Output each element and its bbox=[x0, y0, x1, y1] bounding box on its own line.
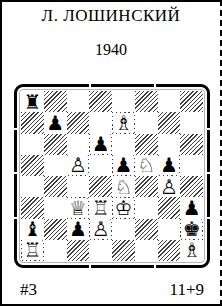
piece-white-pawn: ♙ bbox=[69, 155, 87, 175]
border-gap bbox=[14, 172, 19, 174]
piece-black-bishop: ♝ bbox=[23, 219, 41, 239]
square-f6 bbox=[135, 134, 158, 155]
square-a6 bbox=[21, 134, 44, 155]
piece-black-pawn: ♟ bbox=[160, 155, 178, 175]
piece-halo: ♙ bbox=[67, 155, 88, 175]
square-f4 bbox=[135, 176, 158, 197]
square-d1 bbox=[89, 240, 112, 261]
square-a5 bbox=[21, 155, 44, 176]
piece-halo: ♗ bbox=[113, 113, 134, 133]
piece-white-rook: ♖ bbox=[23, 240, 41, 260]
square-b3 bbox=[44, 197, 67, 218]
square-h7 bbox=[180, 112, 203, 133]
square-f3 bbox=[135, 197, 158, 218]
composition-year: 1940 bbox=[2, 41, 220, 59]
piece-black-king: ♚ bbox=[183, 219, 201, 239]
square-c4 bbox=[67, 176, 90, 197]
square-h1: ♗ bbox=[180, 240, 203, 261]
border-gap bbox=[205, 217, 210, 219]
piece-black-pawn: ♟ bbox=[69, 219, 87, 239]
square-b2 bbox=[44, 219, 67, 240]
piece-black-pawn: ♟ bbox=[183, 198, 201, 218]
border-gap bbox=[89, 263, 91, 268]
square-a3 bbox=[21, 197, 44, 218]
piece-halo: ♔ bbox=[113, 198, 134, 218]
square-e5: ♟ bbox=[112, 155, 135, 176]
square-f7 bbox=[135, 112, 158, 133]
piece-white-queen: ♕ bbox=[69, 198, 87, 218]
square-d6: ♟ bbox=[89, 134, 112, 155]
square-a2: ♝ bbox=[21, 219, 44, 240]
square-h6 bbox=[180, 134, 203, 155]
piece-white-knight: ♘ bbox=[114, 177, 132, 197]
chess-board: ♜♟♗♟♙♟♘♟♘♙♕♖♔♟♝♟♙♚♖♗ bbox=[21, 91, 203, 261]
square-b7: ♟ bbox=[44, 112, 67, 133]
square-f2 bbox=[135, 219, 158, 240]
piece-white-pawn: ♙ bbox=[160, 177, 178, 197]
border-gap bbox=[205, 128, 210, 130]
square-h3: ♟ bbox=[180, 197, 203, 218]
piece-white-rook: ♖ bbox=[92, 198, 110, 218]
piece-halo: ♙ bbox=[90, 219, 111, 239]
square-e3: ♔ bbox=[112, 197, 135, 218]
square-c5: ♙ bbox=[67, 155, 90, 176]
piece-white-pawn: ♙ bbox=[92, 219, 110, 239]
piece-white-bishop: ♗ bbox=[183, 240, 201, 260]
square-a7 bbox=[21, 112, 44, 133]
square-e7: ♗ bbox=[112, 112, 135, 133]
square-d8 bbox=[89, 91, 112, 112]
piece-black-pawn: ♟ bbox=[92, 134, 110, 154]
border-gap bbox=[154, 84, 156, 89]
piece-white-king: ♔ bbox=[114, 198, 132, 218]
piece-halo: ♟ bbox=[158, 155, 179, 175]
border-gap bbox=[14, 217, 19, 219]
piece-halo: ♕ bbox=[67, 198, 88, 218]
square-d4 bbox=[89, 176, 112, 197]
square-e4: ♘ bbox=[112, 176, 135, 197]
square-e6 bbox=[112, 134, 135, 155]
square-h8 bbox=[180, 91, 203, 112]
square-g6 bbox=[158, 134, 181, 155]
piece-white-bishop: ♗ bbox=[114, 113, 132, 133]
square-c3: ♕ bbox=[67, 197, 90, 218]
piece-halo: ♚ bbox=[181, 219, 202, 239]
piece-halo: ♟ bbox=[90, 134, 111, 154]
square-f8 bbox=[135, 91, 158, 112]
square-d3: ♖ bbox=[89, 197, 112, 218]
square-b6 bbox=[44, 134, 67, 155]
piece-halo: ♟ bbox=[113, 155, 134, 175]
material-count-label: 11+9 bbox=[170, 280, 204, 300]
square-g5: ♟ bbox=[158, 155, 181, 176]
square-h5 bbox=[180, 155, 203, 176]
square-h4 bbox=[180, 176, 203, 197]
square-e2 bbox=[112, 219, 135, 240]
square-c1 bbox=[67, 240, 90, 261]
border-gap bbox=[89, 84, 91, 89]
square-a1: ♖ bbox=[21, 240, 44, 261]
chess-board-inner-frame: ♜♟♗♟♙♟♘♟♘♙♕♖♔♟♝♟♙♚♖♗ bbox=[19, 89, 205, 263]
square-d2: ♙ bbox=[89, 219, 112, 240]
problem-card: Л. ЛОШИНСКИЙ 1940 ♜♟♗♟♙♟♘♟♘♙♕♖♔♟♝♟♙♚♖♗ #… bbox=[0, 0, 222, 306]
piece-halo: ♖ bbox=[22, 240, 43, 260]
composer-name: Л. ЛОШИНСКИЙ bbox=[2, 6, 220, 26]
piece-black-pawn: ♟ bbox=[46, 113, 64, 133]
square-c6 bbox=[67, 134, 90, 155]
square-f1 bbox=[135, 240, 158, 261]
square-g4: ♙ bbox=[158, 176, 181, 197]
piece-white-knight: ♘ bbox=[137, 155, 155, 175]
border-gap bbox=[14, 128, 19, 130]
square-a4 bbox=[21, 176, 44, 197]
square-c8 bbox=[67, 91, 90, 112]
square-h2: ♚ bbox=[180, 219, 203, 240]
square-b4 bbox=[44, 176, 67, 197]
square-d7 bbox=[89, 112, 112, 133]
square-b1 bbox=[44, 240, 67, 261]
piece-black-rook: ♜ bbox=[23, 92, 41, 112]
square-g3 bbox=[158, 197, 181, 218]
square-d5 bbox=[89, 155, 112, 176]
square-e1 bbox=[112, 240, 135, 261]
square-c2: ♟ bbox=[67, 219, 90, 240]
square-g1 bbox=[158, 240, 181, 261]
chess-board-frame: ♜♟♗♟♙♟♘♟♘♙♕♖♔♟♝♟♙♚♖♗ bbox=[14, 84, 210, 268]
border-gap bbox=[154, 263, 156, 268]
stipulation-label: #3 bbox=[20, 280, 37, 300]
square-g7 bbox=[158, 112, 181, 133]
square-f5: ♘ bbox=[135, 155, 158, 176]
square-g2 bbox=[158, 219, 181, 240]
square-b8 bbox=[44, 91, 67, 112]
piece-black-pawn: ♟ bbox=[114, 155, 132, 175]
square-g8 bbox=[158, 91, 181, 112]
square-e8 bbox=[112, 91, 135, 112]
square-a8: ♜ bbox=[21, 91, 44, 112]
square-c7 bbox=[67, 112, 90, 133]
border-gap bbox=[205, 172, 210, 174]
square-b5 bbox=[44, 155, 67, 176]
